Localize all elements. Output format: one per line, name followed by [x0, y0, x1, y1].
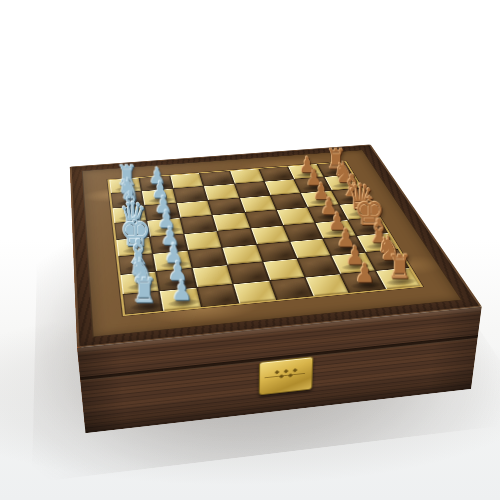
product-photo-stage: ♜♟♟♜♞♟♟♞♝♟♟♝♛♟♟♛♚♟♟♚♝♟♟♝♞♟♟♞♜♟♟♜	[0, 0, 500, 500]
board-square	[298, 256, 340, 277]
board-square	[184, 231, 221, 250]
board-square	[234, 281, 276, 304]
brass-latch	[259, 356, 314, 395]
board-square	[188, 248, 226, 268]
board-square	[251, 225, 289, 244]
board-square	[180, 215, 216, 233]
chess-box: ♜♟♟♜♞♟♟♞♝♟♟♝♛♟♟♛♚♟♟♚♝♟♟♝♞♟♟♞♜♟♟♜	[70, 145, 482, 348]
board-square	[290, 239, 330, 259]
board-square	[223, 245, 262, 265]
board-square	[120, 272, 158, 294]
board-square	[157, 269, 196, 291]
board-square	[257, 242, 297, 262]
scene-3d: ♜♟♟♜♞♟♟♞♝♟♟♝♛♟♟♛♚♟♟♚♝♟♟♝♞♟♟♞♜♟♟♜	[0, 0, 500, 500]
board-square	[228, 262, 269, 283]
